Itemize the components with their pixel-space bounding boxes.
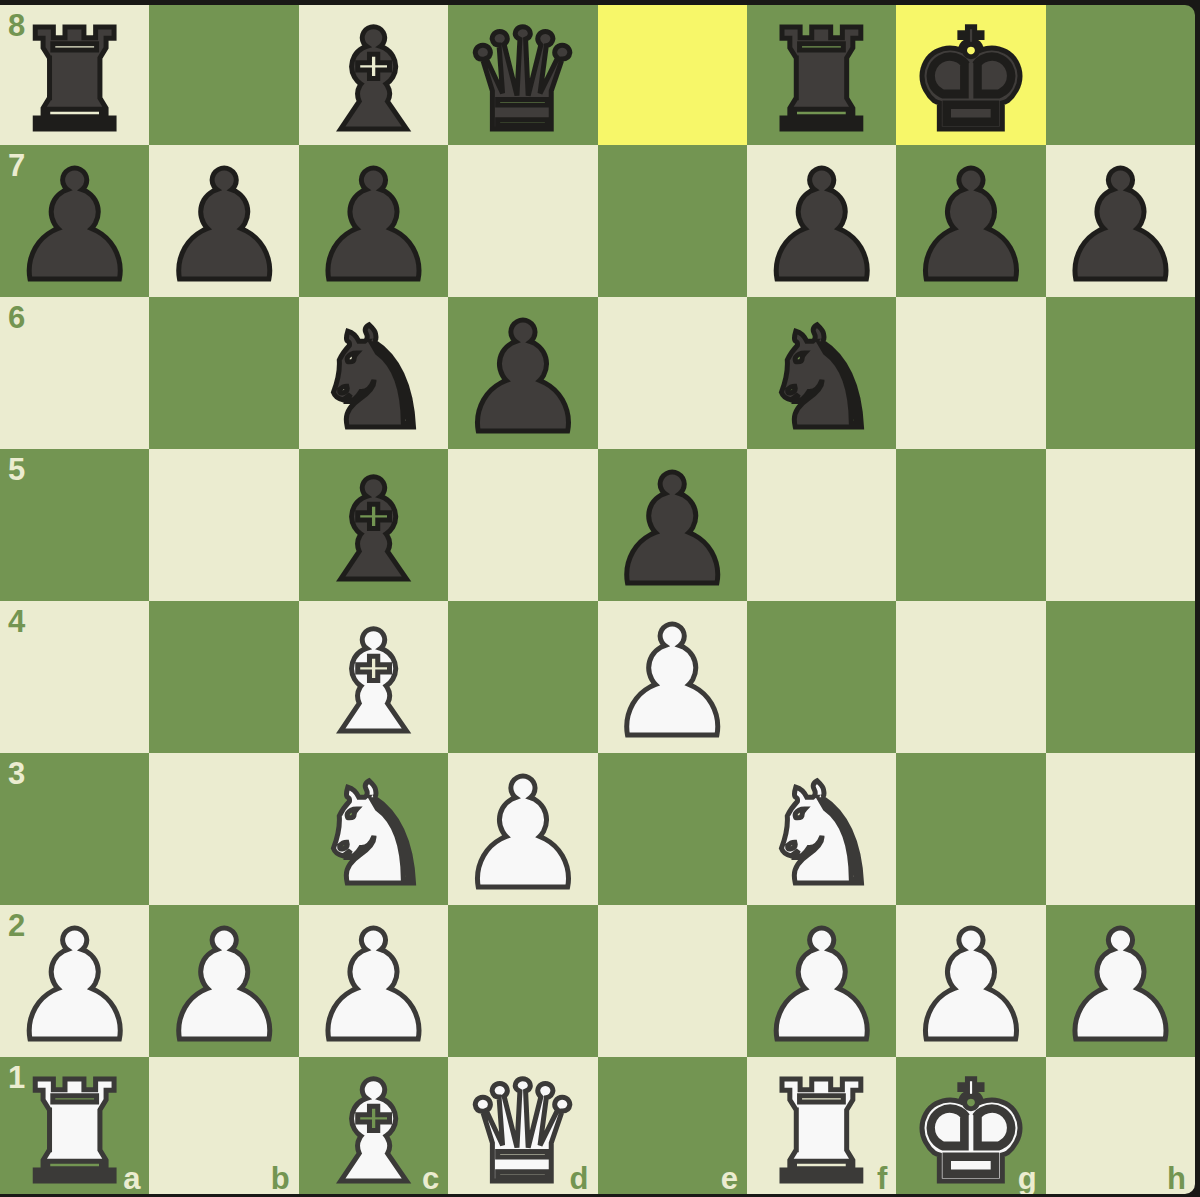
black-bishop[interactable]: ♝ <box>311 461 437 601</box>
square-f4[interactable] <box>747 601 896 753</box>
square-g4[interactable] <box>896 601 1045 753</box>
square-d3[interactable]: ♟ <box>448 753 597 905</box>
square-d7[interactable] <box>448 145 597 297</box>
white-bishop[interactable]: ♝ <box>311 613 437 753</box>
black-king[interactable]: ♚ <box>908 11 1034 151</box>
square-f6[interactable]: ♞ <box>747 297 896 449</box>
white-pawn[interactable]: ♟ <box>156 911 292 1063</box>
rank-label-5: 5 <box>8 454 25 485</box>
square-b2[interactable]: ♟ <box>149 905 298 1057</box>
square-f3[interactable]: ♞ <box>747 753 896 905</box>
black-pawn[interactable]: ♟ <box>1052 151 1188 303</box>
square-a4[interactable]: 4 <box>0 601 149 753</box>
white-knight[interactable]: ♞ <box>311 765 437 905</box>
square-d8[interactable]: ♛ <box>448 5 597 145</box>
square-a5[interactable]: 5 <box>0 449 149 601</box>
black-pawn[interactable]: ♟ <box>903 151 1039 303</box>
square-e1[interactable]: e <box>598 1057 747 1194</box>
square-f2[interactable]: ♟ <box>747 905 896 1057</box>
square-h6[interactable] <box>1046 297 1195 449</box>
white-king[interactable]: ♚ <box>908 1063 1034 1194</box>
square-g5[interactable] <box>896 449 1045 601</box>
square-e3[interactable] <box>598 753 747 905</box>
white-rook[interactable]: ♜ <box>759 1063 885 1194</box>
square-d5[interactable] <box>448 449 597 601</box>
rank-label-6: 6 <box>8 302 25 333</box>
square-g1[interactable]: g♚ <box>896 1057 1045 1194</box>
black-knight[interactable]: ♞ <box>759 309 885 449</box>
square-c2[interactable]: ♟ <box>299 905 448 1057</box>
square-e8[interactable] <box>598 5 747 145</box>
square-e7[interactable] <box>598 145 747 297</box>
black-rook[interactable]: ♜ <box>12 11 138 151</box>
file-label-h: h <box>1167 1163 1186 1194</box>
square-f8[interactable]: ♜ <box>747 5 896 145</box>
file-label-b: b <box>271 1163 290 1194</box>
square-c4[interactable]: ♝ <box>299 601 448 753</box>
square-f7[interactable]: ♟ <box>747 145 896 297</box>
square-g7[interactable]: ♟ <box>896 145 1045 297</box>
rank-label-3: 3 <box>8 758 25 789</box>
square-e6[interactable] <box>598 297 747 449</box>
square-e5[interactable]: ♟ <box>598 449 747 601</box>
chess-board: 8♜♝♛♜♚7♟♟♟♟♟♟6♞♟♞5♝♟4♝♟3♞♟♞2♟♟♟♟♟♟1a♜bc♝… <box>0 5 1195 1194</box>
square-b5[interactable] <box>149 449 298 601</box>
square-a7[interactable]: 7♟ <box>0 145 149 297</box>
square-a8[interactable]: 8♜ <box>0 5 149 145</box>
white-pawn[interactable]: ♟ <box>903 911 1039 1063</box>
square-h3[interactable] <box>1046 753 1195 905</box>
square-h1[interactable]: h <box>1046 1057 1195 1194</box>
white-pawn[interactable]: ♟ <box>753 911 889 1063</box>
square-d4[interactable] <box>448 601 597 753</box>
square-a3[interactable]: 3 <box>0 753 149 905</box>
square-g8[interactable]: ♚ <box>896 5 1045 145</box>
square-g2[interactable]: ♟ <box>896 905 1045 1057</box>
white-queen[interactable]: ♛ <box>460 1063 586 1194</box>
square-h8[interactable] <box>1046 5 1195 145</box>
square-f5[interactable] <box>747 449 896 601</box>
square-h7[interactable]: ♟ <box>1046 145 1195 297</box>
square-c6[interactable]: ♞ <box>299 297 448 449</box>
square-c7[interactable]: ♟ <box>299 145 448 297</box>
black-pawn[interactable]: ♟ <box>753 151 889 303</box>
square-a6[interactable]: 6 <box>0 297 149 449</box>
white-pawn[interactable]: ♟ <box>7 911 143 1063</box>
white-knight[interactable]: ♞ <box>759 765 885 905</box>
square-b4[interactable] <box>149 601 298 753</box>
square-h5[interactable] <box>1046 449 1195 601</box>
square-d1[interactable]: d♛ <box>448 1057 597 1194</box>
black-queen[interactable]: ♛ <box>460 11 586 151</box>
square-e2[interactable] <box>598 905 747 1057</box>
white-pawn[interactable]: ♟ <box>604 607 740 759</box>
white-pawn[interactable]: ♟ <box>1052 911 1188 1063</box>
square-a2[interactable]: 2♟ <box>0 905 149 1057</box>
square-c8[interactable]: ♝ <box>299 5 448 145</box>
square-c5[interactable]: ♝ <box>299 449 448 601</box>
square-b3[interactable] <box>149 753 298 905</box>
square-b7[interactable]: ♟ <box>149 145 298 297</box>
square-b8[interactable] <box>149 5 298 145</box>
square-g6[interactable] <box>896 297 1045 449</box>
white-rook[interactable]: ♜ <box>12 1063 138 1194</box>
square-g3[interactable] <box>896 753 1045 905</box>
square-f1[interactable]: f♜ <box>747 1057 896 1194</box>
square-c3[interactable]: ♞ <box>299 753 448 905</box>
white-pawn[interactable]: ♟ <box>305 911 441 1063</box>
rank-label-4: 4 <box>8 606 25 637</box>
square-c1[interactable]: c♝ <box>299 1057 448 1194</box>
white-bishop[interactable]: ♝ <box>311 1063 437 1194</box>
file-label-e: e <box>721 1163 738 1194</box>
square-d6[interactable]: ♟ <box>448 297 597 449</box>
square-a1[interactable]: 1a♜ <box>0 1057 149 1194</box>
black-bishop[interactable]: ♝ <box>311 11 437 151</box>
black-pawn[interactable]: ♟ <box>156 151 292 303</box>
black-knight[interactable]: ♞ <box>311 309 437 449</box>
white-pawn[interactable]: ♟ <box>455 759 591 911</box>
black-rook[interactable]: ♜ <box>759 11 885 151</box>
black-pawn[interactable]: ♟ <box>455 303 591 455</box>
black-pawn[interactable]: ♟ <box>7 151 143 303</box>
square-b6[interactable] <box>149 297 298 449</box>
square-h2[interactable]: ♟ <box>1046 905 1195 1057</box>
square-h4[interactable] <box>1046 601 1195 753</box>
square-d2[interactable] <box>448 905 597 1057</box>
black-pawn[interactable]: ♟ <box>604 455 740 607</box>
square-e4[interactable]: ♟ <box>598 601 747 753</box>
square-b1[interactable]: b <box>149 1057 298 1194</box>
black-pawn[interactable]: ♟ <box>305 151 441 303</box>
